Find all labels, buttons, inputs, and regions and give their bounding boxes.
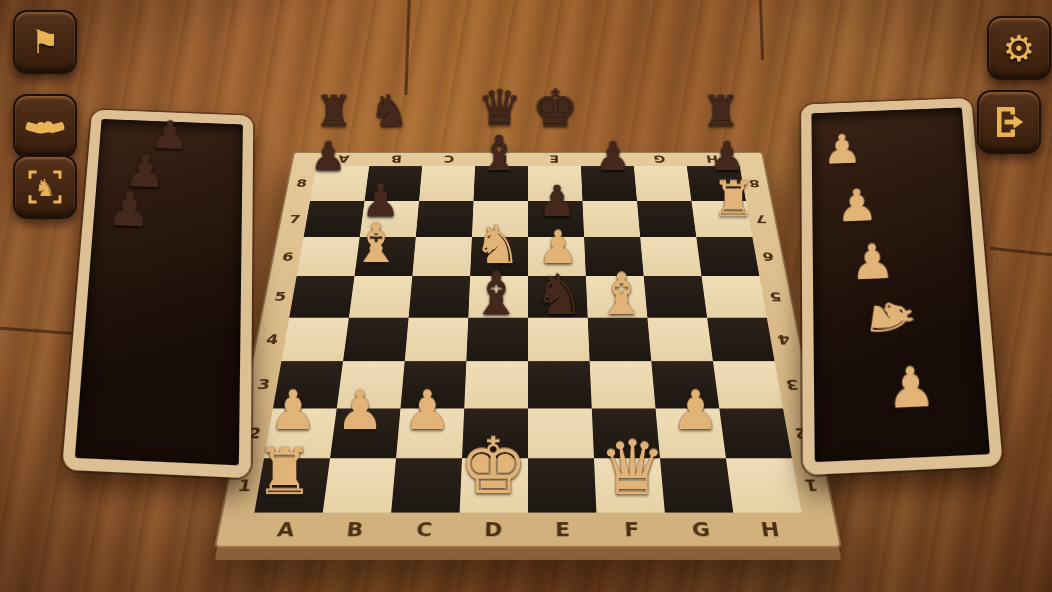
square-g3[interactable]	[651, 361, 719, 408]
wood-plank-seam	[990, 247, 1052, 256]
coordinate-label: C	[388, 514, 459, 544]
file-labels-top: ABCDEFGH	[316, 153, 739, 165]
coordinate-label: C	[422, 153, 475, 165]
square-e1[interactable]	[528, 459, 596, 513]
square-a5[interactable]	[289, 276, 354, 317]
captured-black-pawn: ♟	[106, 187, 152, 234]
knight-icon: ♞	[25, 167, 65, 207]
captured-white-pawn: ♟	[836, 183, 879, 228]
square-e5[interactable]	[528, 276, 588, 317]
square-e6[interactable]	[528, 237, 586, 276]
coordinate-label: 8	[741, 166, 767, 200]
coordinate-label: H	[685, 153, 740, 165]
square-d4[interactable]	[466, 317, 528, 361]
square-f8[interactable]	[581, 166, 637, 200]
offer-draw-button[interactable]	[13, 94, 77, 158]
square-a8[interactable]	[310, 166, 369, 200]
square-g6[interactable]	[640, 237, 701, 276]
svg-text:♞: ♞	[35, 174, 56, 202]
handshake-icon	[25, 111, 65, 141]
square-c1[interactable]	[391, 459, 462, 513]
piece-style-button[interactable]: ♞	[13, 155, 77, 219]
square-g1[interactable]	[660, 459, 733, 513]
square-c4[interactable]	[405, 317, 469, 361]
board-grid	[254, 166, 801, 512]
square-f5[interactable]	[586, 276, 648, 317]
coordinate-label: H	[733, 514, 807, 544]
square-d1[interactable]	[460, 459, 528, 513]
square-d2[interactable]	[462, 408, 528, 458]
square-d7[interactable]	[472, 201, 528, 238]
square-b5[interactable]	[349, 276, 412, 317]
captured-white-pawn: ♟	[850, 238, 896, 288]
square-c3[interactable]	[400, 361, 466, 408]
square-a7[interactable]	[304, 201, 365, 238]
square-c5[interactable]	[409, 276, 471, 317]
square-b8[interactable]	[365, 166, 423, 200]
square-d6[interactable]	[470, 237, 528, 276]
square-h8[interactable]	[687, 166, 746, 200]
coordinate-label: A	[249, 514, 323, 544]
captured-white-pawn: ♟	[885, 359, 937, 416]
square-e2[interactable]	[528, 408, 594, 458]
square-d5[interactable]	[468, 276, 528, 317]
square-a3[interactable]	[273, 361, 343, 408]
coordinate-label: D	[475, 153, 528, 165]
coordinate-label: B	[318, 514, 391, 544]
board-frame: ABCDEFGH 87654321 87654321 ABCDEFGH	[214, 152, 842, 548]
square-e3[interactable]	[528, 361, 592, 408]
chess-app: ABCDEFGH 87654321 87654321 ABCDEFGH ♜♞♛♚…	[0, 0, 1052, 592]
square-a1[interactable]	[254, 459, 330, 513]
coordinate-label: E	[528, 514, 598, 544]
coordinate-label: F	[596, 514, 667, 544]
square-a6[interactable]	[297, 237, 360, 276]
square-c7[interactable]	[416, 201, 474, 238]
settings-button[interactable]: ⚙	[987, 16, 1051, 80]
square-c2[interactable]	[396, 408, 464, 458]
resign-flag-button[interactable]: ⚑	[13, 10, 77, 74]
square-f2[interactable]	[592, 408, 660, 458]
square-e7[interactable]	[528, 201, 584, 238]
square-c8[interactable]	[419, 166, 475, 200]
captured-white-pawn: ♟	[822, 129, 862, 170]
square-b6[interactable]	[354, 237, 415, 276]
square-h7[interactable]	[691, 201, 752, 238]
square-h3[interactable]	[713, 361, 783, 408]
square-c6[interactable]	[412, 237, 472, 276]
square-a4[interactable]	[281, 317, 349, 361]
square-f1[interactable]	[594, 459, 665, 513]
wood-plank-seam	[404, 0, 410, 95]
coordinate-label: G	[633, 153, 687, 165]
captured-white-knight-fallen: ♞	[860, 291, 921, 346]
coordinate-label: B	[369, 153, 423, 165]
square-b2[interactable]	[330, 408, 401, 458]
square-e4[interactable]	[528, 317, 590, 361]
square-b4[interactable]	[343, 317, 409, 361]
square-g5[interactable]	[644, 276, 707, 317]
square-g7[interactable]	[637, 201, 696, 238]
exit-game-button[interactable]	[977, 90, 1041, 154]
gear-icon: ⚙	[1003, 28, 1035, 69]
square-f6[interactable]	[584, 237, 644, 276]
square-d3[interactable]	[464, 361, 528, 408]
square-g4[interactable]	[647, 317, 713, 361]
square-b3[interactable]	[337, 361, 405, 408]
captured-white-pieces-tray: ♟♟♟♞♟	[801, 98, 1003, 475]
square-h4[interactable]	[707, 317, 775, 361]
square-h1[interactable]	[726, 459, 802, 513]
chess-board-3d: ABCDEFGH 87654321 87654321 ABCDEFGH	[214, 152, 842, 548]
square-f3[interactable]	[590, 361, 656, 408]
square-h2[interactable]	[719, 408, 792, 458]
square-e8[interactable]	[528, 166, 582, 200]
square-b7[interactable]	[360, 201, 419, 238]
captured-black-pieces-tray: ♟♟♟	[62, 109, 253, 478]
coordinate-label: G	[665, 514, 738, 544]
coordinate-label: F	[580, 153, 633, 165]
coordinate-label: A	[316, 153, 371, 165]
square-b1[interactable]	[323, 459, 396, 513]
square-g8[interactable]	[634, 166, 692, 200]
square-f4[interactable]	[588, 317, 652, 361]
square-f7[interactable]	[582, 201, 640, 238]
square-h6[interactable]	[696, 237, 759, 276]
square-g2[interactable]	[656, 408, 727, 458]
file-labels-bottom: ABCDEFGH	[249, 514, 808, 544]
wood-plank-seam	[759, 0, 764, 60]
square-h5[interactable]	[702, 276, 767, 317]
flag-icon: ⚑	[31, 23, 60, 61]
square-d8[interactable]	[474, 166, 528, 200]
coordinate-label: D	[458, 514, 528, 544]
square-a2[interactable]	[264, 408, 337, 458]
coordinate-label: E	[528, 153, 581, 165]
exit-icon	[991, 104, 1027, 140]
